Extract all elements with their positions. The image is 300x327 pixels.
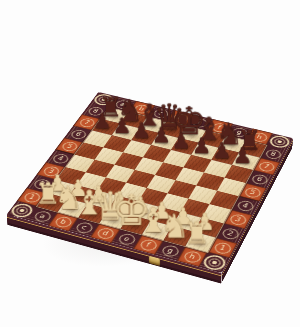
coordinate-ring: h	[182, 249, 203, 263]
brass-clasp	[149, 256, 160, 266]
perspective-scene: abcdefgh abcdefgh 87654321 87654321 ♜♞♝♛…	[0, 0, 300, 327]
piece-black-pawn[interactable]: ♟	[220, 145, 266, 167]
chess-set-product-photo: abcdefgh abcdefgh 87654321 87654321 ♜♞♝♛…	[0, 0, 300, 327]
piece-white-rook[interactable]: ♜	[172, 219, 221, 249]
coordinate-ring: 4	[51, 152, 71, 164]
chess-board[interactable]: abcdefgh abcdefgh 87654321 87654321 ♜♞♝♛…	[7, 92, 293, 273]
